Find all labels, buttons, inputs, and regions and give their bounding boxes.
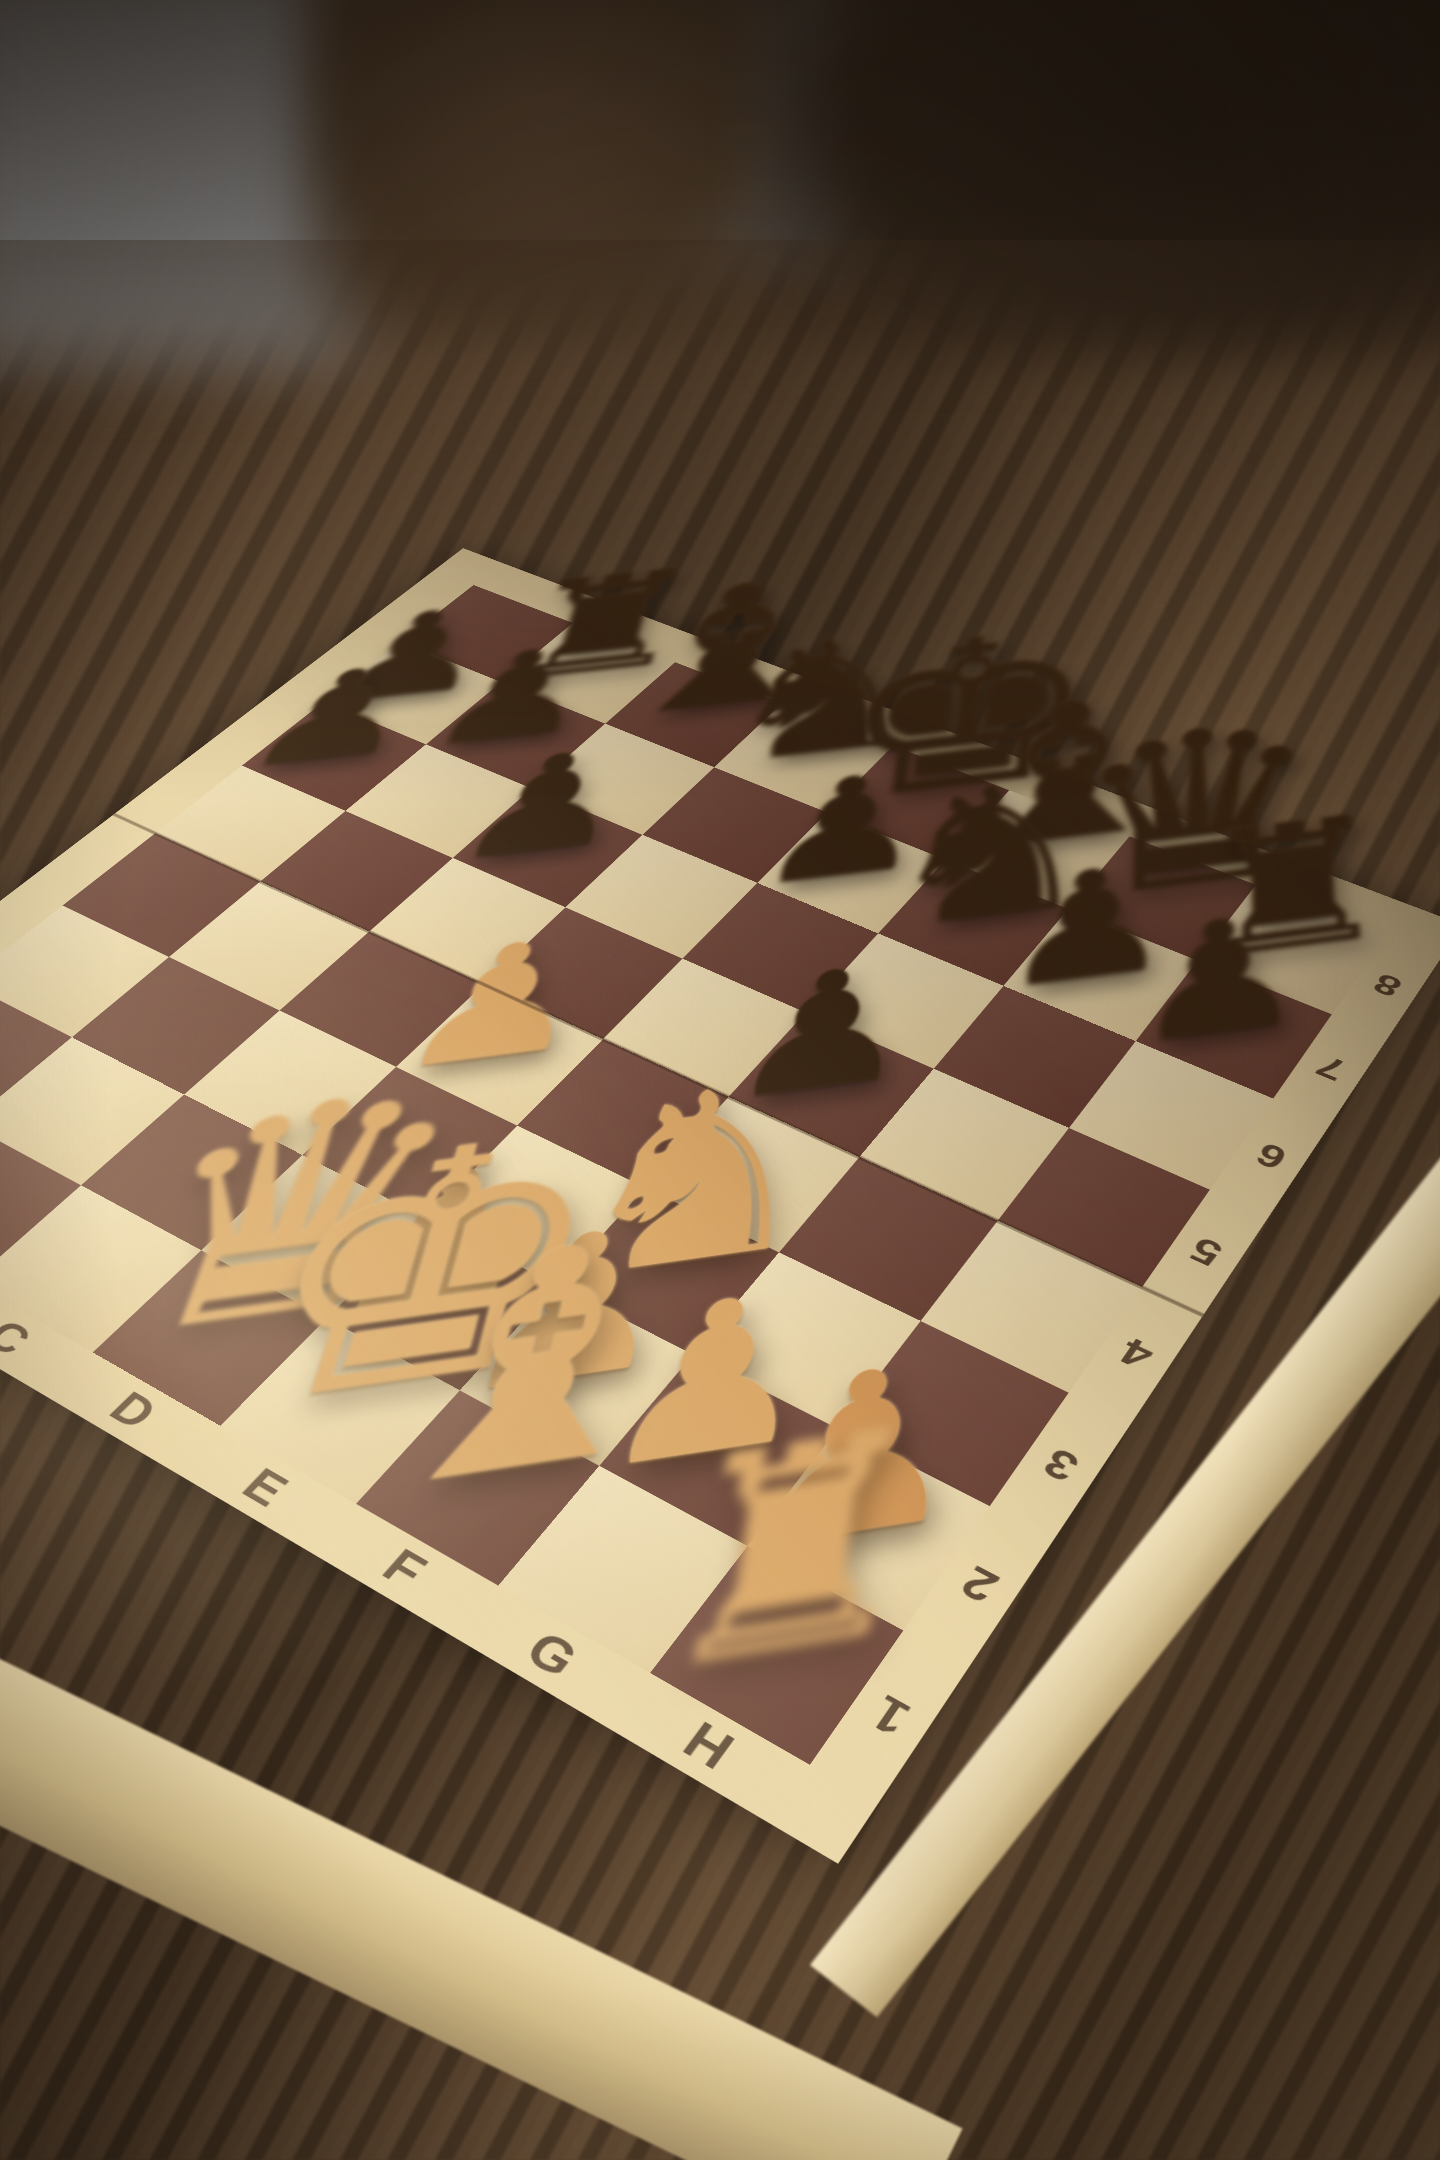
background-shadow-fade (0, 0, 1440, 360)
chess-photo-scene: { "game": "chess", "scene": { "descripti… (0, 0, 1440, 2160)
